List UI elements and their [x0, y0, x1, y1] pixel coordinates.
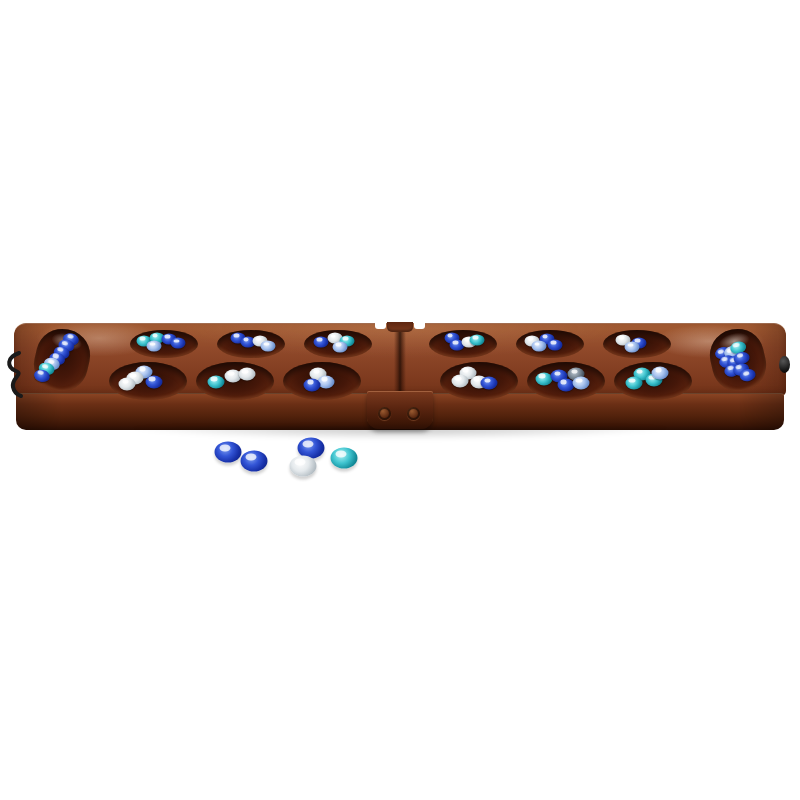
loose-beads-layer — [0, 0, 800, 800]
loose-gem-bead-blue — [241, 451, 268, 472]
loose-gem-bead-teal — [331, 448, 358, 469]
loose-gem-bead-blue — [215, 442, 242, 463]
loose-gem-bead-clear — [290, 456, 317, 477]
product-photo-stage — [0, 0, 800, 800]
